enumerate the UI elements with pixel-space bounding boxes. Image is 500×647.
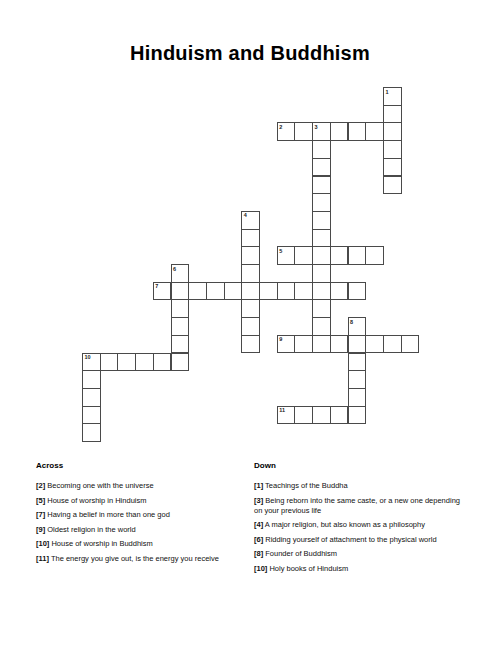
grid-cell[interactable] (348, 335, 367, 354)
grid-cell[interactable] (206, 282, 225, 301)
clue-number-label: [5] (36, 496, 45, 505)
grid-cell[interactable]: 8 (348, 317, 367, 336)
grid-cell[interactable]: 6 (171, 264, 190, 283)
grid-cell[interactable] (401, 335, 420, 354)
grid-cell[interactable]: 4 (241, 211, 260, 230)
grid-cell[interactable]: 10 (82, 353, 101, 372)
clue-item: [10] House of worship in Buddhism (36, 539, 254, 549)
grid-cell[interactable] (365, 122, 384, 141)
clue-number-label: [6] (254, 535, 263, 544)
grid-cell[interactable] (365, 246, 384, 265)
grid-cell[interactable] (365, 335, 384, 354)
clue-number-label: [4] (254, 520, 263, 529)
grid-cell[interactable] (330, 122, 349, 141)
grid-cell[interactable] (330, 246, 349, 265)
clue-item: [9] Oldest religion in the world (36, 525, 254, 535)
clue-number: 7 (155, 283, 158, 289)
grid-cell[interactable]: 9 (277, 335, 296, 354)
grid-cell[interactable] (312, 335, 331, 354)
grid-cell[interactable] (312, 246, 331, 265)
grid-cell[interactable] (348, 388, 367, 407)
crossword-grid: 1234567891011 (82, 87, 419, 442)
grid-cell[interactable] (294, 335, 313, 354)
clue-number: 6 (173, 266, 176, 272)
grid-cell[interactable] (348, 353, 367, 372)
grid-cell[interactable] (383, 140, 402, 159)
grid-cell[interactable] (82, 423, 101, 442)
grid-cell[interactable] (277, 282, 296, 301)
grid-cell[interactable] (330, 335, 349, 354)
grid-cell[interactable]: 5 (277, 246, 296, 265)
clue-number-label: [10] (36, 539, 49, 548)
grid-cell[interactable] (330, 282, 349, 301)
grid-cell[interactable] (348, 246, 367, 265)
grid-cell[interactable] (241, 299, 260, 318)
grid-cell[interactable] (241, 282, 260, 301)
grid-cell[interactable] (294, 122, 313, 141)
grid-cell[interactable] (100, 353, 119, 372)
grid-cell[interactable] (312, 140, 331, 159)
clue-item: [2] Becoming one with the universe (36, 481, 254, 491)
grid-cell[interactable] (348, 370, 367, 389)
grid-cell[interactable] (294, 246, 313, 265)
grid-cell[interactable] (312, 317, 331, 336)
clue-number: 9 (279, 336, 282, 342)
grid-cell[interactable] (312, 158, 331, 177)
grid-cell[interactable] (241, 229, 260, 248)
grid-cell[interactable] (383, 105, 402, 124)
clue-number-label: [3] (254, 496, 263, 505)
clue-number-label: [8] (254, 549, 263, 558)
grid-cell[interactable] (171, 282, 190, 301)
grid-cell[interactable] (383, 176, 402, 195)
across-header: Across (36, 461, 254, 471)
grid-cell[interactable] (171, 317, 190, 336)
grid-cell[interactable] (383, 122, 402, 141)
grid-cell[interactable] (241, 246, 260, 265)
puzzle-title: Hinduism and Buddhism (0, 43, 500, 63)
clue-number: 11 (279, 407, 285, 413)
grid-cell[interactable] (224, 282, 243, 301)
clue-number: 10 (85, 354, 91, 360)
clue-item: [10] Holy books of Hinduism (254, 564, 468, 574)
across-clues-section: Across [2] Becoming one with the univers… (36, 461, 254, 568)
grid-cell[interactable] (312, 211, 331, 230)
grid-cell[interactable] (294, 406, 313, 425)
clue-item: [8] Founder of Buddhism (254, 549, 468, 559)
grid-cell[interactable] (188, 282, 207, 301)
clue-number-label: [9] (36, 525, 45, 534)
grid-cell[interactable] (241, 317, 260, 336)
down-clue-list: [1] Teachings of the Buddha[3] Being reb… (254, 481, 468, 574)
clue-number: 3 (315, 124, 318, 130)
grid-cell[interactable] (82, 388, 101, 407)
grid-cell[interactable] (348, 122, 367, 141)
grid-cell[interactable]: 2 (277, 122, 296, 141)
clue-number-label: [1] (254, 481, 263, 490)
grid-cell[interactable] (348, 406, 367, 425)
across-clue-list: [2] Becoming one with the universe[5] Ho… (36, 481, 254, 564)
grid-cell[interactable]: 11 (277, 406, 296, 425)
grid-cell[interactable] (312, 264, 331, 283)
grid-cell[interactable]: 3 (312, 122, 331, 141)
grid-cell[interactable] (312, 229, 331, 248)
clue-item: [4] A major religion, but also known as … (254, 520, 468, 530)
clue-item: [7] Having a belief in more than one god (36, 510, 254, 520)
clue-item: [5] House of worship in Hinduism (36, 496, 254, 506)
grid-cell[interactable] (171, 353, 190, 372)
clue-number-label: [11] (36, 554, 49, 563)
grid-cell[interactable] (294, 282, 313, 301)
grid-cell[interactable] (383, 335, 402, 354)
clue-number: 2 (279, 124, 282, 130)
down-clues-section: Down [1] Teachings of the Buddha[3] Bein… (254, 461, 468, 578)
clue-item: [1] Teachings of the Buddha (254, 481, 468, 491)
clue-number-label: [2] (36, 481, 45, 490)
grid-cell[interactable]: 1 (383, 87, 402, 106)
grid-cell[interactable] (82, 370, 101, 389)
grid-cell[interactable] (171, 299, 190, 318)
grid-cell[interactable] (312, 176, 331, 195)
grid-cell[interactable] (241, 335, 260, 354)
clue-item: [6] Ridding yourself of attachment to th… (254, 535, 468, 545)
grid-cell[interactable] (117, 353, 136, 372)
grid-cell[interactable] (330, 406, 349, 425)
grid-cell[interactable] (383, 158, 402, 177)
grid-cell[interactable] (348, 282, 367, 301)
clue-number: 1 (385, 89, 388, 95)
clue-number: 4 (244, 212, 247, 218)
clue-number-label: [10] (254, 564, 267, 573)
grid-cell[interactable] (171, 335, 190, 354)
grid-cell[interactable] (312, 282, 331, 301)
grid-cell[interactable] (259, 282, 278, 301)
grid-cell[interactable] (82, 406, 101, 425)
clue-number: 5 (279, 248, 282, 254)
clue-number-label: [7] (36, 510, 45, 519)
clue-item: [11] The energy you give out, is the ene… (36, 554, 254, 564)
grid-cell[interactable] (312, 406, 331, 425)
clue-number: 8 (350, 319, 353, 325)
grid-cell[interactable] (312, 193, 331, 212)
grid-cell[interactable]: 7 (153, 282, 172, 301)
down-header: Down (254, 461, 468, 471)
grid-cell[interactable] (241, 264, 260, 283)
grid-cell[interactable] (135, 353, 154, 372)
puzzle-page: Hinduism and Buddhism 1234567891011 Acro… (0, 0, 500, 647)
grid-cell[interactable] (312, 299, 331, 318)
grid-cell[interactable] (153, 353, 172, 372)
clue-item: [3] Being reborn into the same caste, or… (254, 496, 468, 516)
